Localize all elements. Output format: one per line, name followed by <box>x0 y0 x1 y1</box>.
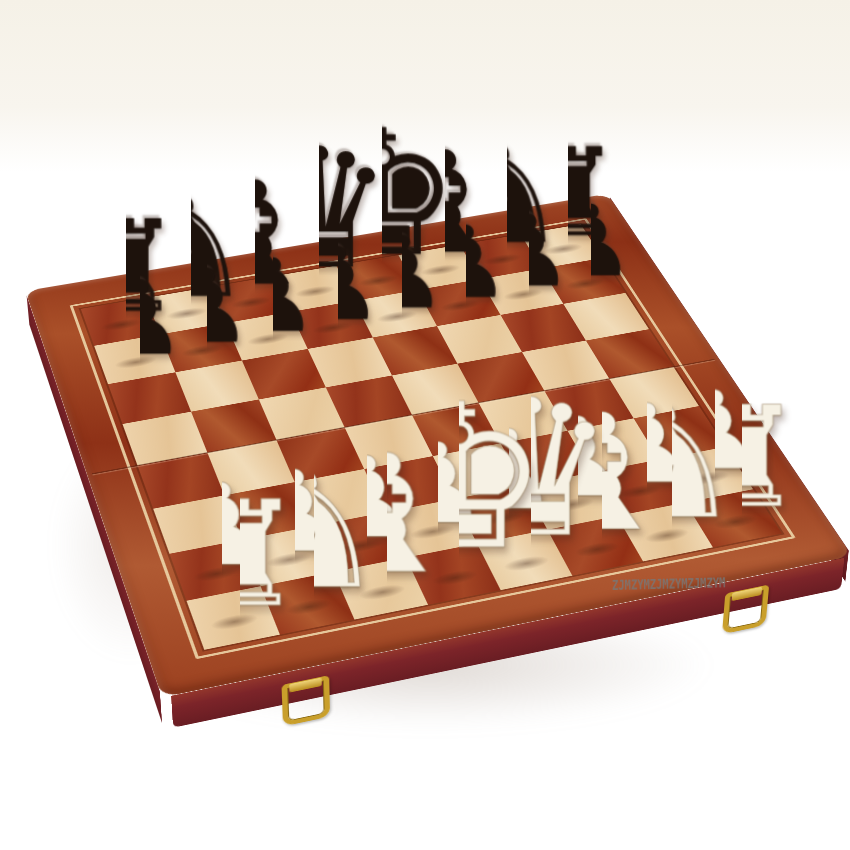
white-rook-piece: ♜ <box>240 482 371 628</box>
piece-glyph: ♜ <box>174 482 305 628</box>
product-photo-scene: ♜♞♝♛♚♝♞♜♟♟♟♟♟♟♟♟♟♟♟♟♟♟♟♟♜♞♝♚♛♝♞♜ ZJMZYMZ… <box>0 0 850 850</box>
chess-board: ♜♞♝♛♚♝♞♜♟♟♟♟♟♟♟♟♟♟♟♟♟♟♟♟♜♞♝♚♛♝♞♜ <box>25 194 850 698</box>
watermark-text: ZJMZYMZJMZYMZJMZYM <box>612 574 725 594</box>
perspective-container: ♜♞♝♛♚♝♞♜♟♟♟♟♟♟♟♟♟♟♟♟♟♟♟♟♜♞♝♚♛♝♞♜ <box>0 0 850 850</box>
